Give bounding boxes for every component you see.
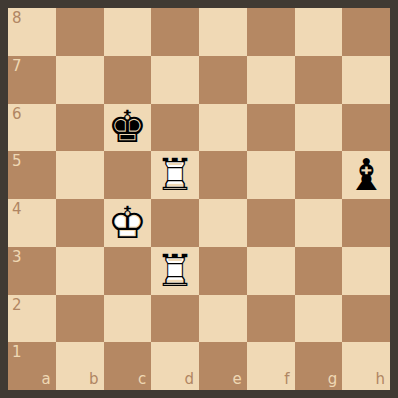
square-c5[interactable] [104, 151, 152, 199]
square-e6[interactable] [199, 104, 247, 152]
square-f2[interactable] [247, 295, 295, 343]
square-f1[interactable]: f [247, 342, 295, 390]
square-e2[interactable] [199, 295, 247, 343]
square-e7[interactable] [199, 56, 247, 104]
file-label-f: f [284, 372, 289, 387]
piece-white-rook-icon[interactable]: ♜♖ [151, 247, 199, 295]
square-d2[interactable] [151, 295, 199, 343]
square-g1[interactable]: g [295, 342, 343, 390]
square-b4[interactable] [56, 199, 104, 247]
chess-board-frame: 876♚5♜♖♝4♚♔3♜♖21abcdefgh [0, 0, 398, 398]
square-h7[interactable] [342, 56, 390, 104]
square-f3[interactable] [247, 247, 295, 295]
file-label-h: h [375, 372, 385, 387]
square-a6[interactable]: 6 [8, 104, 56, 152]
square-c2[interactable] [104, 295, 152, 343]
square-g5[interactable] [295, 151, 343, 199]
square-a4[interactable]: 4 [8, 199, 56, 247]
rank-label-5: 5 [12, 154, 22, 169]
square-h5[interactable]: ♝ [342, 151, 390, 199]
square-c6[interactable]: ♚ [104, 104, 152, 152]
square-a8[interactable]: 8 [8, 8, 56, 56]
rank-label-3: 3 [12, 250, 22, 265]
square-g7[interactable] [295, 56, 343, 104]
square-e5[interactable] [199, 151, 247, 199]
square-g2[interactable] [295, 295, 343, 343]
square-d5[interactable]: ♜♖ [151, 151, 199, 199]
file-label-e: e [233, 372, 242, 387]
square-e1[interactable]: e [199, 342, 247, 390]
square-a1[interactable]: 1a [8, 342, 56, 390]
square-h8[interactable] [342, 8, 390, 56]
rank-label-8: 8 [12, 11, 22, 26]
square-d1[interactable]: d [151, 342, 199, 390]
rank-label-6: 6 [12, 107, 22, 122]
square-g8[interactable] [295, 8, 343, 56]
square-f7[interactable] [247, 56, 295, 104]
square-c7[interactable] [104, 56, 152, 104]
file-label-d: d [184, 372, 194, 387]
square-c3[interactable] [104, 247, 152, 295]
square-h1[interactable]: h [342, 342, 390, 390]
square-d7[interactable] [151, 56, 199, 104]
square-h6[interactable] [342, 104, 390, 152]
file-label-b: b [89, 372, 99, 387]
file-label-c: c [138, 372, 146, 387]
square-f8[interactable] [247, 8, 295, 56]
rank-label-1: 1 [12, 345, 22, 360]
square-e8[interactable] [199, 8, 247, 56]
square-c4[interactable]: ♚♔ [104, 199, 152, 247]
square-c1[interactable]: c [104, 342, 152, 390]
square-h3[interactable] [342, 247, 390, 295]
square-d8[interactable] [151, 8, 199, 56]
square-e3[interactable] [199, 247, 247, 295]
square-b5[interactable] [56, 151, 104, 199]
square-f5[interactable] [247, 151, 295, 199]
square-a7[interactable]: 7 [8, 56, 56, 104]
square-f4[interactable] [247, 199, 295, 247]
square-g3[interactable] [295, 247, 343, 295]
file-label-a: a [42, 372, 51, 387]
square-b1[interactable]: b [56, 342, 104, 390]
square-g6[interactable] [295, 104, 343, 152]
square-h2[interactable] [342, 295, 390, 343]
square-b6[interactable] [56, 104, 104, 152]
file-label-g: g [328, 372, 338, 387]
square-a5[interactable]: 5 [8, 151, 56, 199]
square-e4[interactable] [199, 199, 247, 247]
rank-label-4: 4 [12, 202, 22, 217]
square-a3[interactable]: 3 [8, 247, 56, 295]
piece-black-king-icon[interactable]: ♚ [104, 104, 152, 152]
square-a2[interactable]: 2 [8, 295, 56, 343]
square-b3[interactable] [56, 247, 104, 295]
piece-white-rook-icon[interactable]: ♜♖ [151, 151, 199, 199]
square-f6[interactable] [247, 104, 295, 152]
chess-board: 876♚5♜♖♝4♚♔3♜♖21abcdefgh [8, 8, 390, 390]
square-d3[interactable]: ♜♖ [151, 247, 199, 295]
square-h4[interactable] [342, 199, 390, 247]
square-g4[interactable] [295, 199, 343, 247]
piece-black-bishop-icon[interactable]: ♝ [342, 151, 390, 199]
square-b8[interactable] [56, 8, 104, 56]
square-d4[interactable] [151, 199, 199, 247]
square-d6[interactable] [151, 104, 199, 152]
square-c8[interactable] [104, 8, 152, 56]
rank-label-7: 7 [12, 59, 22, 74]
piece-white-king-icon[interactable]: ♚♔ [104, 199, 152, 247]
rank-label-2: 2 [12, 298, 22, 313]
square-b2[interactable] [56, 295, 104, 343]
square-b7[interactable] [56, 56, 104, 104]
